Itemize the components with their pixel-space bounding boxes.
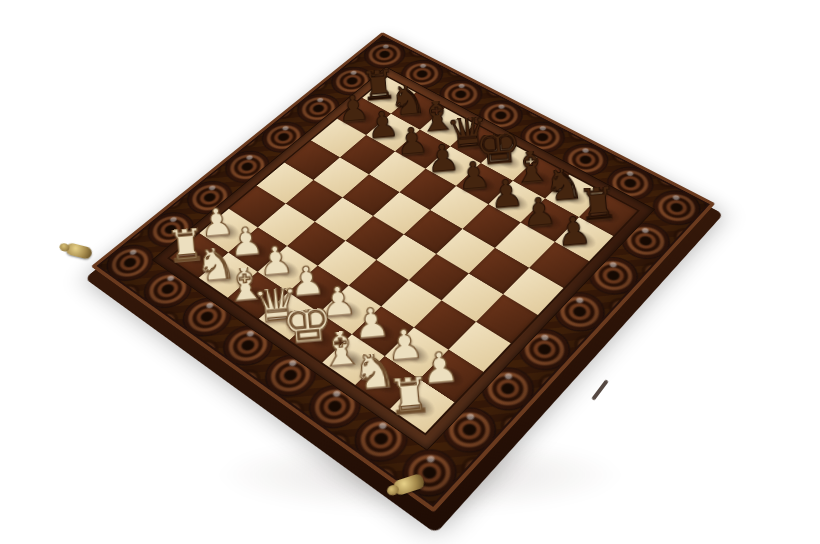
piece-shadow — [563, 226, 602, 254]
piece-shadow — [374, 121, 409, 145]
piece-shadow — [404, 137, 440, 161]
scene: ♜♞♝♛♚♝♞♜♟♟♟♟♟♟♟♟♟♟♟♟♟♟♟♟♜♞♝♛♚♝♞♜ — [0, 0, 820, 544]
photo-stage: ♜♞♝♛♚♝♞♜♟♟♟♟♟♟♟♟♟♟♟♟♟♟♟♟♜♞♝♛♚♝♞♜ — [0, 0, 820, 544]
piece-shadow — [332, 344, 373, 376]
piece-shadow — [362, 316, 402, 347]
piece-shadow — [429, 116, 464, 140]
chess-board: ♜♞♝♛♚♝♞♜♟♟♟♟♟♟♟♟♟♟♟♟♟♟♟♟♜♞♝♛♚♝♞♜ — [91, 32, 716, 513]
piece-shadow — [399, 100, 434, 123]
piece-shadow — [329, 295, 369, 325]
piece-shadow — [588, 201, 627, 228]
piece-shadow — [497, 189, 535, 215]
piece-shadow — [429, 360, 471, 393]
piece-shadow — [238, 281, 277, 310]
piece-shadow — [400, 390, 442, 424]
piece-shadow — [365, 367, 407, 400]
piece-shadow — [300, 323, 340, 354]
piece-shadow — [238, 236, 276, 264]
piece-shadow — [395, 338, 436, 370]
piece-shadow — [434, 154, 471, 179]
piece-shadow — [209, 218, 246, 245]
